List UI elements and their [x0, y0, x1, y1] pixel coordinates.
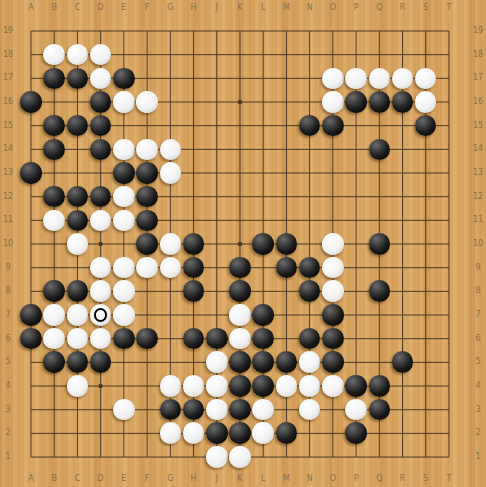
intersection-A10[interactable]: [19, 232, 42, 256]
intersection-L12[interactable]: [252, 185, 275, 209]
intersection-T7[interactable]: [437, 303, 460, 327]
intersection-D6[interactable]: [89, 327, 112, 351]
intersection-B18[interactable]: [43, 43, 66, 67]
intersection-E9[interactable]: [112, 256, 135, 280]
intersection-E12[interactable]: [112, 185, 135, 209]
intersection-D19[interactable]: [89, 19, 112, 43]
intersection-P13[interactable]: [344, 161, 367, 185]
intersection-K7[interactable]: [228, 303, 251, 327]
intersection-B16[interactable]: [43, 90, 66, 114]
intersection-G4[interactable]: [159, 374, 182, 398]
intersection-D18[interactable]: [89, 43, 112, 67]
intersection-O4[interactable]: [321, 374, 344, 398]
intersection-E15[interactable]: [112, 114, 135, 138]
intersection-M15[interactable]: [275, 114, 298, 138]
intersection-O1[interactable]: [321, 445, 344, 469]
intersection-B4[interactable]: [43, 374, 66, 398]
intersection-H14[interactable]: [182, 137, 205, 161]
intersection-C14[interactable]: [66, 137, 89, 161]
intersection-O15[interactable]: [321, 114, 344, 138]
intersection-R12[interactable]: [391, 185, 414, 209]
intersection-A15[interactable]: [19, 114, 42, 138]
intersection-Q9[interactable]: [368, 256, 391, 280]
intersection-M1[interactable]: [275, 445, 298, 469]
intersection-C15[interactable]: [66, 114, 89, 138]
intersection-A12[interactable]: [19, 185, 42, 209]
intersection-D15[interactable]: [89, 114, 112, 138]
intersection-P2[interactable]: [344, 421, 367, 445]
intersection-D10[interactable]: [89, 232, 112, 256]
intersection-H12[interactable]: [182, 185, 205, 209]
intersection-E8[interactable]: [112, 279, 135, 303]
intersection-J16[interactable]: [205, 90, 228, 114]
intersection-M12[interactable]: [275, 185, 298, 209]
intersection-T14[interactable]: [437, 137, 460, 161]
intersection-G6[interactable]: [159, 327, 182, 351]
intersection-C13[interactable]: [66, 161, 89, 185]
intersection-A7[interactable]: [19, 303, 42, 327]
intersection-D12[interactable]: [89, 185, 112, 209]
intersection-M13[interactable]: [275, 161, 298, 185]
intersection-C9[interactable]: [66, 256, 89, 280]
intersection-L8[interactable]: [252, 279, 275, 303]
intersection-Q18[interactable]: [368, 43, 391, 67]
intersection-B15[interactable]: [43, 114, 66, 138]
intersection-H6[interactable]: [182, 327, 205, 351]
intersection-S15[interactable]: [414, 114, 437, 138]
intersection-G10[interactable]: [159, 232, 182, 256]
intersection-Q8[interactable]: [368, 279, 391, 303]
intersection-F18[interactable]: [135, 43, 158, 67]
intersection-E17[interactable]: [112, 67, 135, 91]
intersection-H5[interactable]: [182, 350, 205, 374]
intersection-A14[interactable]: [19, 137, 42, 161]
intersection-N19[interactable]: [298, 19, 321, 43]
intersection-D5[interactable]: [89, 350, 112, 374]
intersection-C18[interactable]: [66, 43, 89, 67]
intersection-F10[interactable]: [135, 232, 158, 256]
intersection-R16[interactable]: [391, 90, 414, 114]
intersection-D3[interactable]: [89, 398, 112, 422]
intersection-R10[interactable]: [391, 232, 414, 256]
intersection-T5[interactable]: [437, 350, 460, 374]
intersection-T2[interactable]: [437, 421, 460, 445]
intersection-F7[interactable]: [135, 303, 158, 327]
intersection-S13[interactable]: [414, 161, 437, 185]
intersection-D1[interactable]: [89, 445, 112, 469]
intersection-K5[interactable]: [228, 350, 251, 374]
intersection-G12[interactable]: [159, 185, 182, 209]
intersection-Q1[interactable]: [368, 445, 391, 469]
intersection-F19[interactable]: [135, 19, 158, 43]
intersection-B6[interactable]: [43, 327, 66, 351]
intersection-O6[interactable]: [321, 327, 344, 351]
intersection-R2[interactable]: [391, 421, 414, 445]
intersection-A2[interactable]: [19, 421, 42, 445]
intersection-N15[interactable]: [298, 114, 321, 138]
intersection-A17[interactable]: [19, 67, 42, 91]
intersection-D17[interactable]: [89, 67, 112, 91]
intersection-S8[interactable]: [414, 279, 437, 303]
intersection-E13[interactable]: [112, 161, 135, 185]
intersection-B8[interactable]: [43, 279, 66, 303]
intersection-F2[interactable]: [135, 421, 158, 445]
intersection-P11[interactable]: [344, 208, 367, 232]
intersection-Q5[interactable]: [368, 350, 391, 374]
intersection-G13[interactable]: [159, 161, 182, 185]
intersection-D4[interactable]: [89, 374, 112, 398]
intersection-C5[interactable]: [66, 350, 89, 374]
intersection-S11[interactable]: [414, 208, 437, 232]
intersection-E2[interactable]: [112, 421, 135, 445]
intersection-J12[interactable]: [205, 185, 228, 209]
intersection-M6[interactable]: [275, 327, 298, 351]
intersection-K11[interactable]: [228, 208, 251, 232]
intersection-F5[interactable]: [135, 350, 158, 374]
intersection-N4[interactable]: [298, 374, 321, 398]
intersection-F14[interactable]: [135, 137, 158, 161]
intersection-K8[interactable]: [228, 279, 251, 303]
intersection-M7[interactable]: [275, 303, 298, 327]
intersection-T10[interactable]: [437, 232, 460, 256]
intersection-M9[interactable]: [275, 256, 298, 280]
intersection-K1[interactable]: [228, 445, 251, 469]
intersection-M8[interactable]: [275, 279, 298, 303]
intersection-R11[interactable]: [391, 208, 414, 232]
intersection-T6[interactable]: [437, 327, 460, 351]
intersection-O17[interactable]: [321, 67, 344, 91]
intersection-B11[interactable]: [43, 208, 66, 232]
intersection-O5[interactable]: [321, 350, 344, 374]
intersection-R17[interactable]: [391, 67, 414, 91]
intersection-F17[interactable]: [135, 67, 158, 91]
intersection-C12[interactable]: [66, 185, 89, 209]
intersection-T18[interactable]: [437, 43, 460, 67]
intersection-S18[interactable]: [414, 43, 437, 67]
intersection-K15[interactable]: [228, 114, 251, 138]
intersection-A18[interactable]: [19, 43, 42, 67]
intersection-D11[interactable]: [89, 208, 112, 232]
intersection-P3[interactable]: [344, 398, 367, 422]
intersection-O13[interactable]: [321, 161, 344, 185]
intersection-G16[interactable]: [159, 90, 182, 114]
intersection-S17[interactable]: [414, 67, 437, 91]
intersection-R4[interactable]: [391, 374, 414, 398]
intersection-B10[interactable]: [43, 232, 66, 256]
intersection-G5[interactable]: [159, 350, 182, 374]
intersection-N6[interactable]: [298, 327, 321, 351]
intersection-F6[interactable]: [135, 327, 158, 351]
intersection-G11[interactable]: [159, 208, 182, 232]
intersection-S16[interactable]: [414, 90, 437, 114]
intersection-N1[interactable]: [298, 445, 321, 469]
intersection-P5[interactable]: [344, 350, 367, 374]
intersection-S19[interactable]: [414, 19, 437, 43]
intersection-K14[interactable]: [228, 137, 251, 161]
intersection-G7[interactable]: [159, 303, 182, 327]
intersection-R18[interactable]: [391, 43, 414, 67]
intersection-H19[interactable]: [182, 19, 205, 43]
intersection-O3[interactable]: [321, 398, 344, 422]
intersection-O19[interactable]: [321, 19, 344, 43]
intersection-A11[interactable]: [19, 208, 42, 232]
intersection-Q15[interactable]: [368, 114, 391, 138]
intersection-P9[interactable]: [344, 256, 367, 280]
intersection-C4[interactable]: [66, 374, 89, 398]
intersection-B9[interactable]: [43, 256, 66, 280]
intersection-B14[interactable]: [43, 137, 66, 161]
intersection-C11[interactable]: [66, 208, 89, 232]
intersection-P15[interactable]: [344, 114, 367, 138]
intersection-P14[interactable]: [344, 137, 367, 161]
intersection-T17[interactable]: [437, 67, 460, 91]
intersection-M5[interactable]: [275, 350, 298, 374]
intersection-F15[interactable]: [135, 114, 158, 138]
intersection-R9[interactable]: [391, 256, 414, 280]
intersection-S2[interactable]: [414, 421, 437, 445]
intersection-S6[interactable]: [414, 327, 437, 351]
intersection-J17[interactable]: [205, 67, 228, 91]
intersection-T12[interactable]: [437, 185, 460, 209]
intersection-Q7[interactable]: [368, 303, 391, 327]
intersection-E3[interactable]: [112, 398, 135, 422]
intersection-L11[interactable]: [252, 208, 275, 232]
intersection-H3[interactable]: [182, 398, 205, 422]
intersection-T1[interactable]: [437, 445, 460, 469]
intersection-P7[interactable]: [344, 303, 367, 327]
intersection-Q19[interactable]: [368, 19, 391, 43]
intersection-C6[interactable]: [66, 327, 89, 351]
intersection-H2[interactable]: [182, 421, 205, 445]
intersection-B1[interactable]: [43, 445, 66, 469]
intersection-F12[interactable]: [135, 185, 158, 209]
intersection-F4[interactable]: [135, 374, 158, 398]
intersection-O10[interactable]: [321, 232, 344, 256]
intersection-E7[interactable]: [112, 303, 135, 327]
intersection-G2[interactable]: [159, 421, 182, 445]
intersection-P4[interactable]: [344, 374, 367, 398]
intersection-J19[interactable]: [205, 19, 228, 43]
intersection-J15[interactable]: [205, 114, 228, 138]
intersection-M3[interactable]: [275, 398, 298, 422]
intersection-P17[interactable]: [344, 67, 367, 91]
intersection-C2[interactable]: [66, 421, 89, 445]
intersection-B19[interactable]: [43, 19, 66, 43]
intersection-J1[interactable]: [205, 445, 228, 469]
intersection-H4[interactable]: [182, 374, 205, 398]
intersection-M4[interactable]: [275, 374, 298, 398]
intersection-J18[interactable]: [205, 43, 228, 67]
intersection-L3[interactable]: [252, 398, 275, 422]
intersection-E16[interactable]: [112, 90, 135, 114]
intersection-L2[interactable]: [252, 421, 275, 445]
intersection-H11[interactable]: [182, 208, 205, 232]
intersection-T19[interactable]: [437, 19, 460, 43]
intersection-P10[interactable]: [344, 232, 367, 256]
intersection-K17[interactable]: [228, 67, 251, 91]
intersection-K3[interactable]: [228, 398, 251, 422]
intersection-G18[interactable]: [159, 43, 182, 67]
intersection-O7[interactable]: [321, 303, 344, 327]
intersection-Q2[interactable]: [368, 421, 391, 445]
intersection-D2[interactable]: [89, 421, 112, 445]
intersection-B13[interactable]: [43, 161, 66, 185]
intersection-H7[interactable]: [182, 303, 205, 327]
intersection-J13[interactable]: [205, 161, 228, 185]
intersection-L1[interactable]: [252, 445, 275, 469]
intersection-E4[interactable]: [112, 374, 135, 398]
intersection-S4[interactable]: [414, 374, 437, 398]
intersection-A6[interactable]: [19, 327, 42, 351]
intersection-B2[interactable]: [43, 421, 66, 445]
intersection-E6[interactable]: [112, 327, 135, 351]
intersection-H10[interactable]: [182, 232, 205, 256]
intersection-T3[interactable]: [437, 398, 460, 422]
intersection-O11[interactable]: [321, 208, 344, 232]
intersection-L9[interactable]: [252, 256, 275, 280]
intersection-E18[interactable]: [112, 43, 135, 67]
intersection-Q11[interactable]: [368, 208, 391, 232]
intersection-R7[interactable]: [391, 303, 414, 327]
intersection-J14[interactable]: [205, 137, 228, 161]
intersection-H17[interactable]: [182, 67, 205, 91]
intersection-H8[interactable]: [182, 279, 205, 303]
intersection-G19[interactable]: [159, 19, 182, 43]
intersection-G14[interactable]: [159, 137, 182, 161]
intersection-P1[interactable]: [344, 445, 367, 469]
intersection-G1[interactable]: [159, 445, 182, 469]
intersection-S9[interactable]: [414, 256, 437, 280]
intersection-L6[interactable]: [252, 327, 275, 351]
intersection-P19[interactable]: [344, 19, 367, 43]
intersection-O2[interactable]: [321, 421, 344, 445]
intersection-A3[interactable]: [19, 398, 42, 422]
intersection-C3[interactable]: [66, 398, 89, 422]
intersection-S1[interactable]: [414, 445, 437, 469]
intersection-L5[interactable]: [252, 350, 275, 374]
intersection-B5[interactable]: [43, 350, 66, 374]
intersection-Q6[interactable]: [368, 327, 391, 351]
intersection-N2[interactable]: [298, 421, 321, 445]
intersection-B17[interactable]: [43, 67, 66, 91]
intersection-O16[interactable]: [321, 90, 344, 114]
intersection-M2[interactable]: [275, 421, 298, 445]
intersection-T16[interactable]: [437, 90, 460, 114]
intersection-N17[interactable]: [298, 67, 321, 91]
intersection-J9[interactable]: [205, 256, 228, 280]
intersection-A4[interactable]: [19, 374, 42, 398]
intersection-A16[interactable]: [19, 90, 42, 114]
intersection-F16[interactable]: [135, 90, 158, 114]
intersection-S3[interactable]: [414, 398, 437, 422]
intersection-O12[interactable]: [321, 185, 344, 209]
intersection-K6[interactable]: [228, 327, 251, 351]
intersection-D9[interactable]: [89, 256, 112, 280]
intersection-N16[interactable]: [298, 90, 321, 114]
intersection-H18[interactable]: [182, 43, 205, 67]
intersection-Q13[interactable]: [368, 161, 391, 185]
intersection-L7[interactable]: [252, 303, 275, 327]
intersection-N14[interactable]: [298, 137, 321, 161]
intersection-T9[interactable]: [437, 256, 460, 280]
intersection-R3[interactable]: [391, 398, 414, 422]
intersection-R19[interactable]: [391, 19, 414, 43]
intersection-J2[interactable]: [205, 421, 228, 445]
intersection-N13[interactable]: [298, 161, 321, 185]
intersection-Q4[interactable]: [368, 374, 391, 398]
intersection-T15[interactable]: [437, 114, 460, 138]
intersection-M18[interactable]: [275, 43, 298, 67]
intersection-L10[interactable]: [252, 232, 275, 256]
intersection-E5[interactable]: [112, 350, 135, 374]
intersection-C16[interactable]: [66, 90, 89, 114]
intersection-F3[interactable]: [135, 398, 158, 422]
intersection-G15[interactable]: [159, 114, 182, 138]
intersection-D13[interactable]: [89, 161, 112, 185]
intersection-C7[interactable]: [66, 303, 89, 327]
intersection-J5[interactable]: [205, 350, 228, 374]
intersection-L19[interactable]: [252, 19, 275, 43]
intersection-Q10[interactable]: [368, 232, 391, 256]
intersection-R8[interactable]: [391, 279, 414, 303]
intersection-H9[interactable]: [182, 256, 205, 280]
intersection-M19[interactable]: [275, 19, 298, 43]
intersection-L16[interactable]: [252, 90, 275, 114]
intersection-B7[interactable]: [43, 303, 66, 327]
intersection-K12[interactable]: [228, 185, 251, 209]
intersection-F1[interactable]: [135, 445, 158, 469]
intersection-P8[interactable]: [344, 279, 367, 303]
intersection-R13[interactable]: [391, 161, 414, 185]
intersection-D16[interactable]: [89, 90, 112, 114]
intersection-S14[interactable]: [414, 137, 437, 161]
intersection-E19[interactable]: [112, 19, 135, 43]
intersection-K10[interactable]: [228, 232, 251, 256]
intersection-C10[interactable]: [66, 232, 89, 256]
intersection-R5[interactable]: [391, 350, 414, 374]
intersection-J11[interactable]: [205, 208, 228, 232]
intersection-S12[interactable]: [414, 185, 437, 209]
intersection-M10[interactable]: [275, 232, 298, 256]
intersection-H1[interactable]: [182, 445, 205, 469]
intersection-J6[interactable]: [205, 327, 228, 351]
intersection-A1[interactable]: [19, 445, 42, 469]
intersection-R15[interactable]: [391, 114, 414, 138]
intersection-N9[interactable]: [298, 256, 321, 280]
intersection-C8[interactable]: [66, 279, 89, 303]
intersection-Q17[interactable]: [368, 67, 391, 91]
intersection-F9[interactable]: [135, 256, 158, 280]
intersection-D8[interactable]: [89, 279, 112, 303]
intersection-C19[interactable]: [66, 19, 89, 43]
intersection-N8[interactable]: [298, 279, 321, 303]
intersection-O8[interactable]: [321, 279, 344, 303]
intersection-N3[interactable]: [298, 398, 321, 422]
intersection-E11[interactable]: [112, 208, 135, 232]
intersection-M17[interactable]: [275, 67, 298, 91]
intersection-P18[interactable]: [344, 43, 367, 67]
intersection-N12[interactable]: [298, 185, 321, 209]
intersection-A9[interactable]: [19, 256, 42, 280]
intersection-A5[interactable]: [19, 350, 42, 374]
intersection-C17[interactable]: [66, 67, 89, 91]
intersection-G17[interactable]: [159, 67, 182, 91]
intersection-T4[interactable]: [437, 374, 460, 398]
intersection-F13[interactable]: [135, 161, 158, 185]
intersection-G9[interactable]: [159, 256, 182, 280]
intersection-O9[interactable]: [321, 256, 344, 280]
intersection-R14[interactable]: [391, 137, 414, 161]
